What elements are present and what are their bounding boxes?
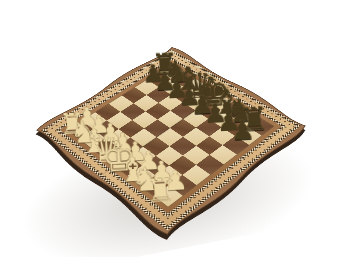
piece-white-rook[interactable]: ♜ — [145, 174, 175, 207]
piece-black-pawn[interactable]: ♟ — [230, 116, 256, 145]
chess-set-photo: ♜♞♝♛♚♝♞♜♟♟♟♟♟♟♟♟♟♟♟♟♟♟♟♟♜♞♝♛♚♝♞♜ — [0, 0, 340, 257]
